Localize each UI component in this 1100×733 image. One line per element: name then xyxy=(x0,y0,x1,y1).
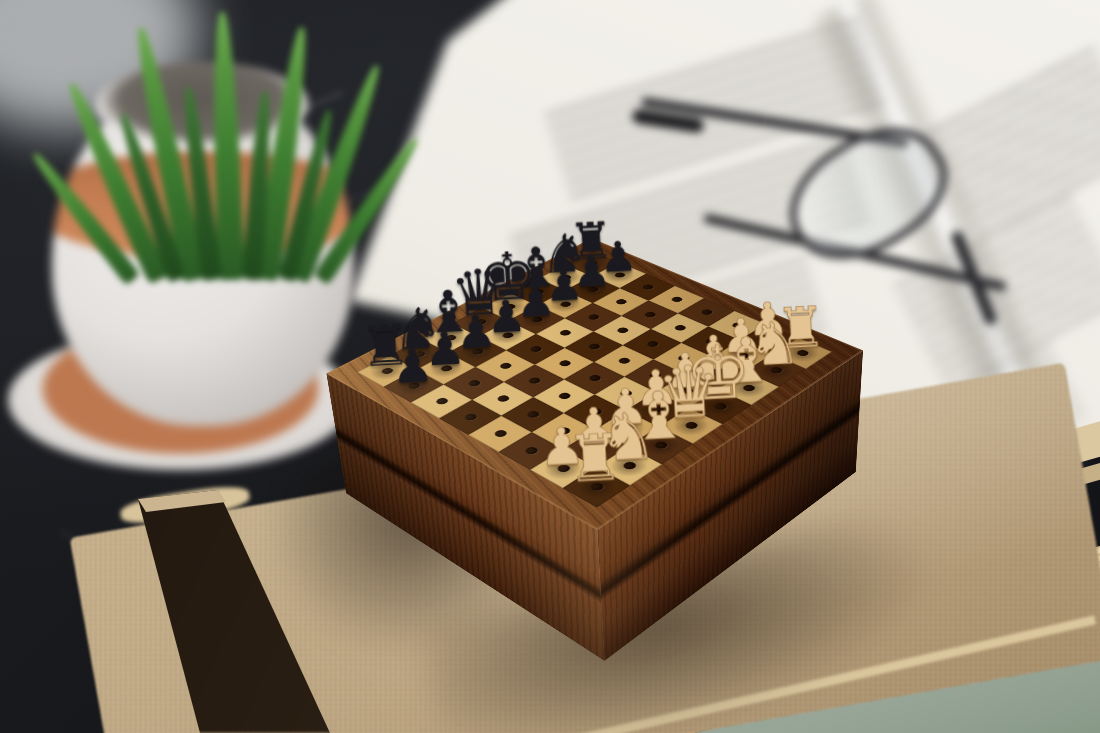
plant-leaves xyxy=(60,0,390,280)
piece-glyph: ♟ xyxy=(390,341,434,390)
chess-box-scene: ♜♞♝♛♚♝♞♜♟♟♟♟♟♟♟♟♟♟♟♟♟♟♟♟♜♞♝♛♚♝♞♜ xyxy=(394,162,793,561)
photo-scene: ♜♞♝♛♚♝♞♜♟♟♟♟♟♟♟♟♟♟♟♟♟♟♟♟♜♞♝♛♚♝♞♜ xyxy=(0,0,1100,733)
square-a1[interactable]: ♜ xyxy=(563,467,630,507)
piece-glyph: ♜ xyxy=(565,425,625,491)
